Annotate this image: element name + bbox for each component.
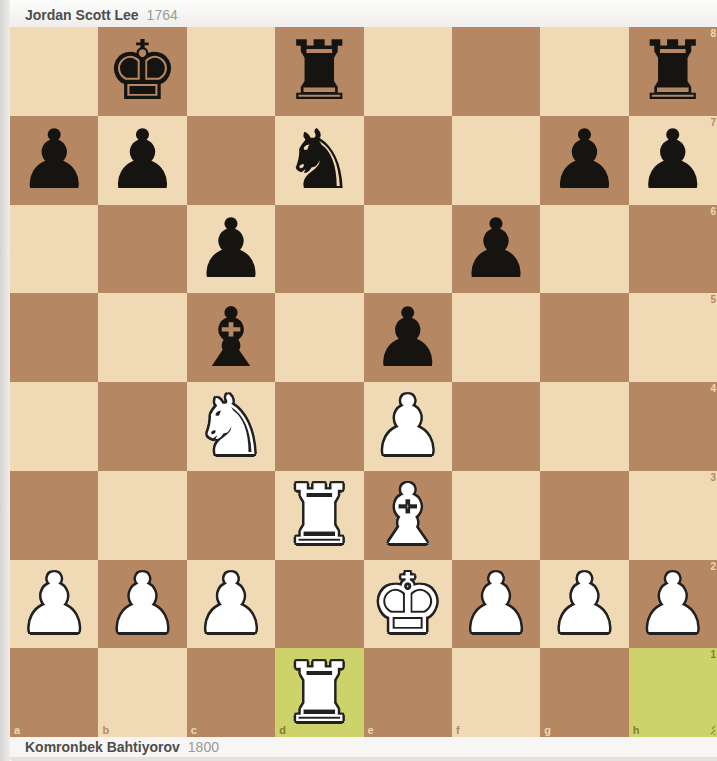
- square-b6[interactable]: [98, 205, 186, 294]
- square-d7[interactable]: ♞: [275, 116, 363, 205]
- chess-board: ♚♜♜8♟♟♞♟♟7♟♟6♝♟5♞♟4♜♝3♟♟♟♚♟♟♟2abc♜defg1h: [10, 27, 717, 737]
- square-b5[interactable]: [98, 293, 186, 382]
- square-a6[interactable]: [10, 205, 98, 294]
- square-e1[interactable]: e: [364, 648, 452, 737]
- rank-label-7: 7: [710, 117, 716, 128]
- square-d2[interactable]: [275, 560, 363, 649]
- square-e4[interactable]: ♟: [364, 382, 452, 471]
- rank-label-6: 6: [710, 206, 716, 217]
- white-pawn-piece[interactable]: ♟: [548, 563, 622, 645]
- white-rook-piece[interactable]: ♜: [283, 652, 357, 734]
- square-a8[interactable]: [10, 27, 98, 116]
- black-rook-piece[interactable]: ♜: [636, 30, 710, 112]
- square-b3[interactable]: [98, 471, 186, 560]
- white-pawn-piece[interactable]: ♟: [636, 563, 710, 645]
- square-c5[interactable]: ♝: [187, 293, 275, 382]
- square-e8[interactable]: [364, 27, 452, 116]
- square-b1[interactable]: b: [98, 648, 186, 737]
- rank-label-8: 8: [710, 28, 716, 39]
- square-c1[interactable]: c: [187, 648, 275, 737]
- square-d8[interactable]: ♜: [275, 27, 363, 116]
- black-king-piece[interactable]: ♚: [106, 30, 180, 112]
- square-d1[interactable]: ♜d: [275, 648, 363, 737]
- square-f1[interactable]: f: [452, 648, 540, 737]
- square-c2[interactable]: ♟: [187, 560, 275, 649]
- square-g6[interactable]: [540, 205, 628, 294]
- square-f3[interactable]: [452, 471, 540, 560]
- white-pawn-piece[interactable]: ♟: [459, 563, 533, 645]
- square-d6[interactable]: [275, 205, 363, 294]
- rank-label-1: 1: [710, 649, 716, 660]
- square-g7[interactable]: ♟: [540, 116, 628, 205]
- square-g4[interactable]: [540, 382, 628, 471]
- square-h8[interactable]: ♜8: [629, 27, 717, 116]
- square-h4[interactable]: 4: [629, 382, 717, 471]
- square-h7[interactable]: ♟7: [629, 116, 717, 205]
- square-c4[interactable]: ♞: [187, 382, 275, 471]
- black-rook-piece[interactable]: ♜: [283, 30, 357, 112]
- file-label-c: c: [191, 724, 197, 736]
- file-label-h: h: [633, 724, 640, 736]
- square-h2[interactable]: ♟2: [629, 560, 717, 649]
- black-bishop-piece[interactable]: ♝: [194, 297, 268, 379]
- square-f8[interactable]: [452, 27, 540, 116]
- square-h6[interactable]: 6: [629, 205, 717, 294]
- black-pawn-piece[interactable]: ♟: [194, 208, 268, 290]
- rank-label-3: 3: [710, 472, 716, 483]
- square-a4[interactable]: [10, 382, 98, 471]
- white-rook-piece[interactable]: ♜: [283, 474, 357, 556]
- black-pawn-piece[interactable]: ♟: [636, 119, 710, 201]
- square-g8[interactable]: [540, 27, 628, 116]
- square-f2[interactable]: ♟: [452, 560, 540, 649]
- square-e6[interactable]: [364, 205, 452, 294]
- square-h1[interactable]: 1h: [629, 648, 717, 737]
- player-bottom: Komronbek Bahtiyorov 1800: [10, 737, 717, 761]
- square-d5[interactable]: [275, 293, 363, 382]
- white-pawn-piece[interactable]: ♟: [371, 385, 445, 467]
- square-h3[interactable]: 3: [629, 471, 717, 560]
- white-knight-piece[interactable]: ♞: [194, 385, 268, 467]
- player-top-name[interactable]: Jordan Scott Lee: [25, 7, 139, 23]
- player-bottom-rating: 1800: [188, 739, 219, 755]
- black-pawn-piece[interactable]: ♟: [17, 119, 91, 201]
- player-bottom-name[interactable]: Komronbek Bahtiyorov: [25, 739, 180, 755]
- square-g1[interactable]: g: [540, 648, 628, 737]
- rank-label-4: 4: [710, 383, 716, 394]
- square-a3[interactable]: [10, 471, 98, 560]
- square-a7[interactable]: ♟: [10, 116, 98, 205]
- player-top-rating: 1764: [147, 7, 178, 23]
- square-b4[interactable]: [98, 382, 186, 471]
- left-gutter: [0, 0, 10, 761]
- square-c6[interactable]: ♟: [187, 205, 275, 294]
- square-e5[interactable]: ♟: [364, 293, 452, 382]
- black-pawn-piece[interactable]: ♟: [459, 208, 533, 290]
- file-label-g: g: [544, 724, 551, 736]
- square-e3[interactable]: ♝: [364, 471, 452, 560]
- player-top: Jordan Scott Lee 1764: [10, 0, 717, 27]
- white-king-piece[interactable]: ♚: [371, 563, 445, 645]
- square-a2[interactable]: ♟: [10, 560, 98, 649]
- square-c8[interactable]: [187, 27, 275, 116]
- square-h5[interactable]: 5: [629, 293, 717, 382]
- black-pawn-piece[interactable]: ♟: [106, 119, 180, 201]
- file-label-a: a: [14, 724, 20, 736]
- black-pawn-piece[interactable]: ♟: [548, 119, 622, 201]
- square-f6[interactable]: ♟: [452, 205, 540, 294]
- square-c7[interactable]: [187, 116, 275, 205]
- white-pawn-piece[interactable]: ♟: [106, 563, 180, 645]
- square-b8[interactable]: ♚: [98, 27, 186, 116]
- file-label-b: b: [102, 724, 109, 736]
- square-c3[interactable]: [187, 471, 275, 560]
- file-label-e: e: [368, 724, 374, 736]
- square-g3[interactable]: [540, 471, 628, 560]
- black-pawn-piece[interactable]: ♟: [371, 297, 445, 379]
- square-e2[interactable]: ♚: [364, 560, 452, 649]
- rank-label-2: 2: [710, 561, 716, 572]
- square-f5[interactable]: [452, 293, 540, 382]
- square-f4[interactable]: [452, 382, 540, 471]
- square-b2[interactable]: ♟: [98, 560, 186, 649]
- game-view: Jordan Scott Lee 1764 ♚♜♜8♟♟♞♟♟7♟♟6♝♟5♞♟…: [10, 0, 717, 761]
- square-g5[interactable]: [540, 293, 628, 382]
- square-e7[interactable]: [364, 116, 452, 205]
- file-label-f: f: [456, 724, 460, 736]
- white-bishop-piece[interactable]: ♝: [371, 474, 445, 556]
- rank-label-5: 5: [710, 294, 716, 305]
- square-g2[interactable]: ♟: [540, 560, 628, 649]
- square-f7[interactable]: [452, 116, 540, 205]
- square-d4[interactable]: [275, 382, 363, 471]
- black-knight-piece[interactable]: ♞: [283, 119, 357, 201]
- board-resize-grip-icon[interactable]: [705, 725, 716, 736]
- white-pawn-piece[interactable]: ♟: [17, 563, 91, 645]
- white-pawn-piece[interactable]: ♟: [194, 563, 268, 645]
- square-d3[interactable]: ♜: [275, 471, 363, 560]
- square-b7[interactable]: ♟: [98, 116, 186, 205]
- square-a1[interactable]: a: [10, 648, 98, 737]
- square-a5[interactable]: [10, 293, 98, 382]
